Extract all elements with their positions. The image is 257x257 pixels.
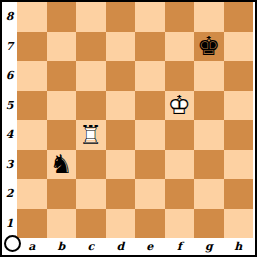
white-rook-glyph: ♖ [76,120,106,150]
square-h2[interactable] [224,179,254,209]
square-d7[interactable] [106,32,136,62]
square-c2[interactable] [76,179,106,209]
square-g8[interactable] [194,2,224,32]
rank-label-8: 8 [2,2,17,32]
square-c7[interactable] [76,32,106,62]
square-h6[interactable] [224,61,254,91]
square-e7[interactable] [135,32,165,62]
square-h5[interactable] [224,91,254,121]
square-h4[interactable] [224,120,254,150]
rank-label-6: 6 [2,61,17,91]
square-b6[interactable] [47,61,77,91]
square-e8[interactable] [135,2,165,32]
square-a2[interactable] [17,179,47,209]
file-label-h: h [224,239,254,253]
square-a6[interactable] [17,61,47,91]
square-b7[interactable] [47,32,77,62]
square-f2[interactable] [165,179,195,209]
black-king[interactable]: ♚ [194,32,224,62]
white-rook[interactable]: ♜♖ [76,120,106,150]
black-king-glyph: ♚ [194,32,224,62]
square-c5[interactable] [76,91,106,121]
chess-board: ♚♚♔♜♖♞ [17,2,253,238]
square-b2[interactable] [47,179,77,209]
file-label-f: f [165,239,195,253]
rank-label-4: 4 [2,120,17,150]
square-f5[interactable]: ♚♔ [165,91,195,121]
square-d4[interactable] [106,120,136,150]
square-c6[interactable] [76,61,106,91]
square-a3[interactable] [17,150,47,180]
square-e3[interactable] [135,150,165,180]
square-e5[interactable] [135,91,165,121]
white-king-glyph: ♔ [165,91,195,121]
square-c4[interactable]: ♜♖ [76,120,106,150]
rank-label-1: 1 [2,209,17,239]
rank-labels: 87654321 [2,2,17,238]
square-c8[interactable] [76,2,106,32]
square-a8[interactable] [17,2,47,32]
square-f8[interactable] [165,2,195,32]
square-a5[interactable] [17,91,47,121]
square-g7[interactable]: ♚ [194,32,224,62]
rank-label-7: 7 [2,32,17,62]
square-d6[interactable] [106,61,136,91]
square-c1[interactable] [76,209,106,239]
square-d1[interactable] [106,209,136,239]
square-h7[interactable] [224,32,254,62]
chess-diagram: 87654321 ♚♚♔♜♖♞ abcdefgh [0,0,257,257]
rank-label-5: 5 [2,91,17,121]
square-c3[interactable] [76,150,106,180]
square-g3[interactable] [194,150,224,180]
square-g4[interactable] [194,120,224,150]
rank-label-2: 2 [2,179,17,209]
file-label-g: g [194,239,224,253]
square-b4[interactable] [47,120,77,150]
square-b8[interactable] [47,2,77,32]
square-b3[interactable]: ♞ [47,150,77,180]
file-label-e: e [135,239,165,253]
square-e4[interactable] [135,120,165,150]
square-g1[interactable] [194,209,224,239]
square-f7[interactable] [165,32,195,62]
file-labels: abcdefgh [17,239,253,253]
square-g5[interactable] [194,91,224,121]
square-h1[interactable] [224,209,254,239]
rank-label-3: 3 [2,150,17,180]
square-f6[interactable] [165,61,195,91]
square-d2[interactable] [106,179,136,209]
file-label-b: b [47,239,77,253]
square-a1[interactable] [17,209,47,239]
square-g2[interactable] [194,179,224,209]
square-h3[interactable] [224,150,254,180]
square-d3[interactable] [106,150,136,180]
square-b1[interactable] [47,209,77,239]
white-king[interactable]: ♚♔ [165,91,195,121]
square-g6[interactable] [194,61,224,91]
file-label-d: d [106,239,136,253]
file-label-c: c [76,239,106,253]
square-e2[interactable] [135,179,165,209]
square-h8[interactable] [224,2,254,32]
square-a7[interactable] [17,32,47,62]
square-b5[interactable] [47,91,77,121]
square-e1[interactable] [135,209,165,239]
square-e6[interactable] [135,61,165,91]
square-f1[interactable] [165,209,195,239]
square-f3[interactable] [165,150,195,180]
square-a4[interactable] [17,120,47,150]
side-to-move-indicator [4,235,21,252]
black-knight-glyph: ♞ [47,150,77,180]
square-f4[interactable] [165,120,195,150]
file-label-a: a [17,239,47,253]
black-knight[interactable]: ♞ [47,150,77,180]
square-d5[interactable] [106,91,136,121]
square-d8[interactable] [106,2,136,32]
